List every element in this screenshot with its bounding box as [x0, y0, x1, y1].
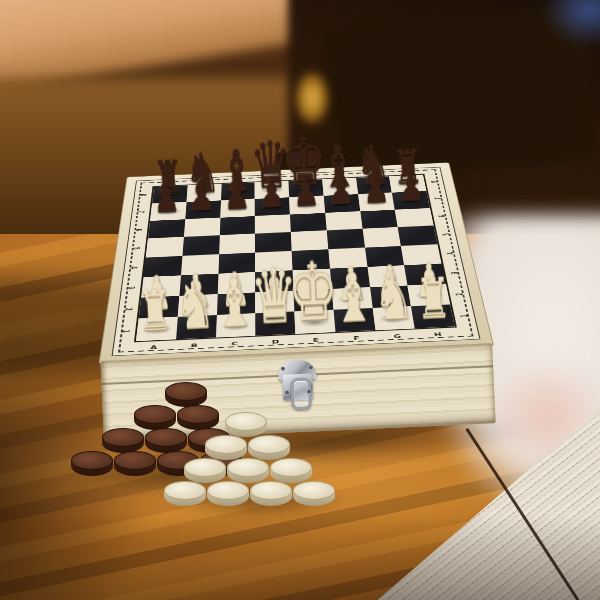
scene: ♜♞♝♛♚♝♞♜♟♟♟♟♟♟♟♟♟♟♟♟♟♟♟♟♜♞♝♛♚♝♞♜ ABCDEFG…	[0, 0, 600, 600]
white-bishop-c1[interactable]: ♝	[212, 271, 257, 334]
checker-disc-light[interactable]	[293, 481, 335, 511]
checker-top	[71, 451, 113, 470]
square-g6[interactable]	[360, 210, 398, 229]
rank-label-7: 7	[419, 195, 459, 203]
square-e7[interactable]: ♟	[289, 196, 325, 215]
rank-label-8: 8	[416, 178, 455, 186]
latch-clasp[interactable]	[277, 359, 319, 411]
checker-top	[227, 458, 269, 477]
square-c5[interactable]	[219, 234, 255, 254]
black-pawn-e7[interactable]: ♟	[293, 172, 321, 211]
square-d6[interactable]	[255, 214, 291, 233]
rank-label-4: 4	[430, 249, 472, 258]
white-knight-b1[interactable]: ♞	[173, 275, 216, 335]
black-pawn-c7[interactable]: ♟	[223, 175, 251, 214]
checker-top	[207, 481, 249, 500]
checker-top	[293, 481, 335, 500]
square-c7[interactable]: ♟	[220, 199, 255, 218]
checker-top	[270, 458, 312, 477]
black-pawn-b7[interactable]: ♟	[188, 177, 216, 216]
square-f6[interactable]	[325, 211, 362, 230]
latch-hasp-hook	[290, 377, 311, 410]
checker-disc-light[interactable]	[207, 481, 249, 511]
rank-label-1: 1	[443, 311, 489, 321]
white-knight-g1[interactable]: ♞	[372, 266, 415, 326]
square-c6[interactable]	[219, 216, 255, 236]
checker-top	[248, 435, 290, 454]
drawer-handle	[294, 70, 330, 126]
square-b5[interactable]	[182, 235, 219, 255]
white-king-e1[interactable]: ♚	[286, 254, 340, 330]
square-g5[interactable]	[362, 227, 401, 247]
square-g7[interactable]: ♟	[358, 193, 395, 212]
rank-label-3: 3	[434, 269, 477, 278]
rank-label-2: 2	[438, 289, 482, 298]
checker-top	[184, 458, 226, 477]
shadow-vignette-bottom	[0, 515, 600, 600]
checker-top	[205, 435, 247, 454]
black-pawn-g7[interactable]: ♟	[362, 169, 390, 208]
checker-top	[165, 382, 207, 401]
checker-disc-dark[interactable]	[71, 451, 113, 481]
background-blue-object	[542, 0, 600, 47]
square-b1[interactable]: ♞	[176, 315, 217, 339]
square-b6[interactable]	[184, 218, 220, 238]
checker-top	[134, 405, 176, 424]
checker-top	[250, 481, 292, 500]
chess-board: ♜♞♝♛♚♝♞♜♟♟♟♟♟♟♟♟♟♟♟♟♟♟♟♟♜♞♝♛♚♝♞♜ ABCDEFG…	[99, 162, 495, 364]
black-pawn-f7[interactable]: ♟	[327, 171, 355, 210]
board-squares: ♜♞♝♛♚♝♞♜♟♟♟♟♟♟♟♟♟♟♟♟♟♟♟♟♜♞♝♛♚♝♞♜	[134, 174, 457, 342]
black-pawn-d7[interactable]: ♟	[258, 174, 286, 213]
checker-top	[177, 405, 219, 424]
checker-top	[114, 451, 156, 470]
square-d7[interactable]: ♟	[255, 197, 290, 216]
checker-top	[102, 428, 144, 447]
rank-label-6: 6	[423, 212, 464, 220]
square-e1[interactable]: ♚	[294, 310, 335, 334]
chess-box: ♜♞♝♛♚♝♞♜♟♟♟♟♟♟♟♟♟♟♟♟♟♟♟♟♜♞♝♛♚♝♞♜ ABCDEFG…	[89, 131, 498, 444]
checker-disc-light[interactable]	[164, 481, 206, 511]
rank-label-5: 5	[426, 230, 468, 238]
checker-disc-dark[interactable]	[114, 451, 156, 481]
square-e6[interactable]	[290, 213, 327, 232]
square-g1[interactable]: ♞	[372, 306, 415, 330]
checker-top	[145, 428, 187, 447]
square-b7[interactable]: ♟	[185, 200, 221, 219]
square-c1[interactable]: ♝	[216, 313, 256, 337]
board-printed-area: ♜♞♝♛♚♝♞♜♟♟♟♟♟♟♟♟♟♟♟♟♟♟♟♟♜♞♝♛♚♝♞♜ ABCDEFG…	[112, 167, 481, 356]
checker-top	[225, 412, 267, 431]
checker-disc-light[interactable]	[250, 481, 292, 511]
square-f7[interactable]: ♟	[323, 194, 359, 213]
checker-top	[164, 481, 206, 500]
